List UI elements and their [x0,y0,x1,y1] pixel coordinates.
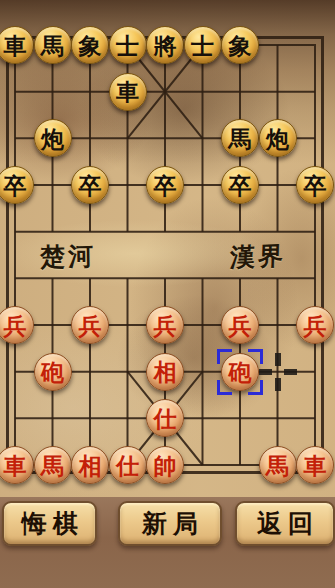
piece-black-卒[interactable]: 卒 [71,166,109,204]
piece-black-卒[interactable]: 卒 [296,166,334,204]
piece-red-馬[interactable]: 馬 [259,446,297,484]
piece-red-兵[interactable]: 兵 [221,306,259,344]
piece-black-馬[interactable]: 馬 [34,26,72,64]
piece-red-車[interactable]: 車 [296,446,334,484]
river-label-chu-he: 楚河 [40,240,97,274]
piece-black-士[interactable]: 士 [109,26,147,64]
piece-black-車[interactable]: 車 [109,73,147,111]
new-game-button[interactable]: 新局 [118,501,222,546]
piece-red-相[interactable]: 相 [146,353,184,391]
bottom-toolbar: 悔棋 新局 返回 [0,497,335,588]
back-button[interactable]: 返回 [235,501,335,546]
piece-black-象[interactable]: 象 [71,26,109,64]
piece-red-帥[interactable]: 帥 [146,446,184,484]
piece-red-相[interactable]: 相 [71,446,109,484]
piece-black-將[interactable]: 將 [146,26,184,64]
piece-red-兵[interactable]: 兵 [71,306,109,344]
piece-black-象[interactable]: 象 [221,26,259,64]
piece-black-炮[interactable]: 炮 [259,119,297,157]
piece-black-卒[interactable]: 卒 [146,166,184,204]
xiangqi-app-screen: 楚河 漢界 車馬象士將士象車炮馬炮卒卒卒卒卒兵兵兵兵兵砲相砲仕車馬相仕帥馬車 悔… [0,0,335,588]
piece-red-兵[interactable]: 兵 [146,306,184,344]
xiangqi-board[interactable]: 楚河 漢界 車馬象士將士象車炮馬炮卒卒卒卒卒兵兵兵兵兵砲相砲仕車馬相仕帥馬車 [0,0,335,497]
piece-black-炮[interactable]: 炮 [34,119,72,157]
undo-move-button[interactable]: 悔棋 [2,501,97,546]
piece-black-卒[interactable]: 卒 [221,166,259,204]
piece-red-砲[interactable]: 砲 [34,353,72,391]
piece-red-砲[interactable]: 砲 [221,353,259,391]
piece-red-兵[interactable]: 兵 [296,306,334,344]
piece-red-馬[interactable]: 馬 [34,446,72,484]
piece-red-仕[interactable]: 仕 [109,446,147,484]
river-label-han-jie: 漢界 [229,239,286,274]
piece-black-士[interactable]: 士 [184,26,222,64]
